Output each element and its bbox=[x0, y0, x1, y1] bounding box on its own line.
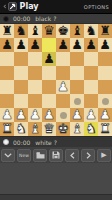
square-h8[interactable]: ♜ bbox=[98, 24, 112, 38]
square-a7[interactable]: ♟ bbox=[0, 38, 14, 52]
white-player-name: white ? bbox=[35, 139, 57, 146]
square-b4[interactable] bbox=[14, 80, 28, 94]
square-a5[interactable] bbox=[0, 66, 14, 80]
bottom-strip bbox=[0, 194, 112, 200]
app-logo-icon bbox=[8, 2, 17, 11]
black-rook: ♜ bbox=[1, 24, 13, 38]
square-a2[interactable]: ♟ bbox=[0, 108, 14, 122]
open-game-button[interactable] bbox=[33, 149, 47, 162]
black-pawn: ♟ bbox=[99, 38, 111, 52]
options-menu-button[interactable]: OPTIONS bbox=[84, 4, 109, 10]
black-bishop: ♝ bbox=[29, 24, 41, 38]
square-h7[interactable]: ♟ bbox=[98, 38, 112, 52]
square-d5[interactable] bbox=[42, 66, 56, 80]
square-h6[interactable] bbox=[98, 52, 112, 66]
white-bishop: ♝ bbox=[71, 122, 83, 136]
black-pawn: ♟ bbox=[43, 52, 55, 66]
black-pawn: ♟ bbox=[15, 38, 27, 52]
square-f4[interactable] bbox=[70, 80, 84, 94]
new-game-label: New bbox=[19, 153, 29, 158]
empty-area bbox=[0, 163, 112, 194]
square-f3[interactable] bbox=[70, 94, 84, 108]
play-button[interactable]: ▶ bbox=[97, 149, 111, 162]
legal-move-dot bbox=[74, 98, 81, 105]
black-disc-icon bbox=[3, 16, 9, 22]
folder-icon bbox=[36, 152, 45, 159]
white-knight: ♞ bbox=[85, 122, 97, 136]
square-e1[interactable]: ♚ bbox=[56, 122, 70, 136]
white-bishop: ♝ bbox=[29, 122, 41, 136]
square-c7[interactable]: ♟ bbox=[28, 38, 42, 52]
square-g8[interactable]: ♞ bbox=[84, 24, 98, 38]
page-title: Play bbox=[20, 2, 39, 11]
toolbar: New ▶ bbox=[0, 147, 112, 163]
square-a1[interactable]: ♜ bbox=[0, 122, 14, 136]
square-b2[interactable]: ♟ bbox=[14, 108, 28, 122]
square-a4[interactable] bbox=[0, 80, 14, 94]
square-d1[interactable]: ♛ bbox=[42, 122, 56, 136]
square-e2[interactable] bbox=[56, 108, 70, 122]
square-f2[interactable]: ♟ bbox=[70, 108, 84, 122]
chevron-left-icon bbox=[70, 152, 75, 159]
square-d7[interactable] bbox=[42, 38, 56, 52]
square-d8[interactable]: ♛ bbox=[42, 24, 56, 38]
square-c2[interactable]: ♟ bbox=[28, 108, 42, 122]
square-a8[interactable]: ♜ bbox=[0, 24, 14, 38]
black-pawn: ♟ bbox=[85, 38, 97, 52]
black-rook: ♜ bbox=[99, 24, 111, 38]
white-pawn: ♟ bbox=[43, 108, 55, 122]
white-pawn: ♟ bbox=[1, 108, 13, 122]
white-disc-icon bbox=[3, 139, 9, 145]
square-c1[interactable]: ♝ bbox=[28, 122, 42, 136]
white-queen: ♛ bbox=[43, 122, 55, 136]
black-knight: ♞ bbox=[15, 24, 27, 38]
new-game-button[interactable]: New bbox=[17, 149, 31, 162]
legal-move-dot bbox=[60, 112, 67, 119]
square-c4[interactable] bbox=[28, 80, 42, 94]
white-pawn: ♟ bbox=[99, 108, 111, 122]
square-d3[interactable] bbox=[42, 94, 56, 108]
square-e4[interactable]: ♟ bbox=[56, 80, 70, 94]
square-h5[interactable] bbox=[98, 66, 112, 80]
square-e3[interactable] bbox=[56, 94, 70, 108]
square-h1[interactable]: ♜ bbox=[98, 122, 112, 136]
move-back-button[interactable] bbox=[65, 149, 79, 162]
white-clock: 00:00 bbox=[13, 139, 30, 146]
white-rook: ♜ bbox=[1, 122, 13, 136]
square-f7[interactable]: ♟ bbox=[70, 38, 84, 52]
square-h3[interactable] bbox=[98, 94, 112, 108]
square-f5[interactable] bbox=[70, 66, 84, 80]
engine-toggle-button[interactable] bbox=[1, 149, 15, 162]
legal-move-dot bbox=[102, 98, 109, 105]
square-e7[interactable]: ♟ bbox=[56, 38, 70, 52]
square-d2[interactable]: ♟ bbox=[42, 108, 56, 122]
black-player-name: black ? bbox=[35, 15, 56, 22]
square-h2[interactable]: ♟ bbox=[98, 108, 112, 122]
chevron-down-icon bbox=[4, 153, 12, 158]
square-g7[interactable]: ♟ bbox=[84, 38, 98, 52]
black-pawn: ♟ bbox=[29, 38, 41, 52]
chess-board: ♜♞♝♛♚♝♞♜♟♟♟♟♟♟♟♟♟♟♟♟♟♟♟♟♜♞♝♛♚♝♞♜ bbox=[0, 24, 112, 136]
square-a3[interactable] bbox=[0, 94, 14, 108]
black-bishop: ♝ bbox=[71, 24, 83, 38]
square-e8[interactable]: ♚ bbox=[56, 24, 70, 38]
square-b7[interactable]: ♟ bbox=[14, 38, 28, 52]
black-knight: ♞ bbox=[85, 24, 97, 38]
square-f1[interactable]: ♝ bbox=[70, 122, 84, 136]
square-c5[interactable] bbox=[28, 66, 42, 80]
square-h4[interactable] bbox=[98, 80, 112, 94]
white-king: ♚ bbox=[57, 122, 69, 136]
square-g3[interactable] bbox=[84, 94, 98, 108]
app-bar: ‹ Play OPTIONS bbox=[0, 0, 112, 14]
square-c6[interactable] bbox=[28, 52, 42, 66]
black-king: ♚ bbox=[57, 24, 69, 38]
square-e6[interactable] bbox=[56, 52, 70, 66]
square-g1[interactable]: ♞ bbox=[84, 122, 98, 136]
white-rook: ♜ bbox=[99, 122, 111, 136]
square-b6[interactable] bbox=[14, 52, 28, 66]
white-pawn: ♟ bbox=[71, 108, 83, 122]
square-e5[interactable] bbox=[56, 66, 70, 80]
black-queen: ♛ bbox=[43, 24, 55, 38]
square-g5[interactable] bbox=[84, 66, 98, 80]
square-d4[interactable] bbox=[42, 80, 56, 94]
square-c3[interactable] bbox=[28, 94, 42, 108]
square-g4[interactable] bbox=[84, 80, 98, 94]
black-pawn: ♟ bbox=[71, 38, 83, 52]
white-knight: ♞ bbox=[15, 122, 27, 136]
square-b1[interactable]: ♞ bbox=[14, 122, 28, 136]
square-c8[interactable]: ♝ bbox=[28, 24, 42, 38]
square-b3[interactable] bbox=[14, 94, 28, 108]
square-d6[interactable]: ♟ bbox=[42, 52, 56, 66]
chevron-right-icon bbox=[86, 152, 91, 159]
save-icon bbox=[52, 151, 60, 159]
square-f8[interactable]: ♝ bbox=[70, 24, 84, 38]
move-forward-button[interactable] bbox=[81, 149, 95, 162]
back-icon[interactable]: ‹ bbox=[3, 2, 7, 11]
black-pawn: ♟ bbox=[57, 38, 69, 52]
square-b8[interactable]: ♞ bbox=[14, 24, 28, 38]
square-g6[interactable] bbox=[84, 52, 98, 66]
square-f6[interactable] bbox=[70, 52, 84, 66]
black-pawn: ♟ bbox=[1, 38, 13, 52]
square-b5[interactable] bbox=[14, 66, 28, 80]
save-game-button[interactable] bbox=[49, 149, 63, 162]
square-a6[interactable] bbox=[0, 52, 14, 66]
white-pawn: ♟ bbox=[15, 108, 27, 122]
white-pawn: ♟ bbox=[57, 80, 69, 94]
black-clock: 00:00 bbox=[13, 15, 30, 22]
white-pawn: ♟ bbox=[85, 108, 97, 122]
white-player-row: 00:00 white ? bbox=[0, 136, 112, 147]
white-pawn: ♟ bbox=[29, 108, 41, 122]
play-icon: ▶ bbox=[101, 152, 106, 159]
square-g2[interactable]: ♟ bbox=[84, 108, 98, 122]
